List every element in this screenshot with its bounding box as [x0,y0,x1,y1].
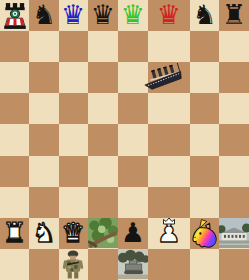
square-a4[interactable] [0,156,29,187]
square-b7[interactable] [29,62,58,93]
square-c2[interactable]: ♛ [59,218,88,249]
plant-photo-piece[interactable] [88,218,118,248]
square-g4[interactable] [190,156,219,187]
square-a9[interactable] [0,0,29,31]
square-b9[interactable]: ♞ [29,0,58,31]
square-d5[interactable] [88,124,118,155]
black-pawn-piece[interactable]: ♟ [121,220,145,247]
square-b6[interactable] [29,93,58,124]
square-b4[interactable] [29,156,58,187]
starbucks-rook-piece[interactable] [2,2,28,30]
square-b3[interactable] [29,187,58,218]
titanic-ship-sprite [143,63,185,93]
square-g6[interactable] [190,93,219,124]
square-g1[interactable] [190,249,219,280]
square-d4[interactable] [88,156,118,187]
pawn-crown-icon [162,217,176,225]
rainbow-unicorn-sprite [190,219,219,248]
square-a6[interactable] [0,93,29,124]
square-b1[interactable] [29,249,58,280]
tank-photo-sprite [118,249,148,279]
soldier-icon [59,249,87,279]
white-queen-glyph: ♛ [61,219,85,246]
green-queen-piece[interactable]: ♛ [121,2,145,29]
square-f7[interactable] [148,62,190,93]
rainbow-unicorn-piece[interactable] [190,219,219,248]
square-d6[interactable] [88,93,118,124]
square-h2[interactable] [219,218,249,249]
red-queen-glyph: ♛ [157,1,181,28]
square-b8[interactable] [29,31,58,62]
tank-photo-icon [118,249,148,279]
white-knight-piece[interactable]: ♞ [32,220,56,247]
square-c5[interactable] [59,124,88,155]
building-photo-icon [219,218,249,248]
square-g3[interactable] [190,187,219,218]
square-a8[interactable] [0,31,29,62]
square-d8[interactable] [88,31,118,62]
square-g9[interactable]: ♞ [190,0,219,31]
black-rook-piece[interactable]: ♜ [222,2,246,29]
square-h8[interactable] [219,31,249,62]
square-h7[interactable] [219,62,249,93]
square-g5[interactable] [190,124,219,155]
black-knight-glyph: ♞ [192,1,216,28]
square-c6[interactable] [59,93,88,124]
black-knight-piece[interactable]: ♞ [192,2,216,29]
square-f5[interactable] [148,124,190,155]
square-g7[interactable] [190,62,219,93]
black-knight-piece[interactable]: ♞ [32,2,56,29]
square-c1[interactable] [59,249,88,280]
square-f6[interactable] [148,93,190,124]
square-e8[interactable] [118,31,148,62]
crown-marker [162,217,176,225]
chess-board: ♞♛♛♛♛♞♜♜♞♛♟♟ [0,0,249,280]
square-c3[interactable] [59,187,88,218]
black-rook-glyph: ♜ [222,1,246,28]
soldier-piece[interactable] [59,249,87,279]
square-e5[interactable] [118,124,148,155]
square-h3[interactable] [219,187,249,218]
square-a1[interactable] [0,249,29,280]
square-d3[interactable] [88,187,118,218]
square-f8[interactable] [148,31,190,62]
square-f1[interactable] [148,249,190,280]
soldier-sprite [59,249,87,279]
black-queen-piece[interactable]: ♛ [91,2,115,29]
plant-photo-sprite [88,218,118,248]
square-d9[interactable]: ♛ [88,0,118,31]
square-c9[interactable]: ♛ [59,0,88,31]
square-e1[interactable] [118,249,148,280]
starbucks-rook-icon [2,2,28,30]
building-photo-sprite [219,218,249,248]
square-h1[interactable] [219,249,249,280]
titanic-ship-piece[interactable] [148,63,190,93]
square-e9[interactable]: ♛ [118,0,148,31]
square-f9[interactable]: ♛ [148,0,190,31]
square-h5[interactable] [219,124,249,155]
white-rook-glyph: ♜ [3,219,27,246]
building-photo-piece[interactable] [219,218,249,248]
square-b2[interactable]: ♞ [29,218,58,249]
square-h9[interactable]: ♜ [219,0,249,31]
square-d1[interactable] [88,249,118,280]
square-c7[interactable] [59,62,88,93]
red-queen-piece[interactable]: ♛ [157,2,181,29]
square-g2[interactable] [190,218,219,249]
square-d2[interactable] [88,218,118,249]
black-queen-glyph: ♛ [91,1,115,28]
square-e6[interactable] [118,93,148,124]
white-knight-glyph: ♞ [32,219,56,246]
square-e4[interactable] [118,156,148,187]
white-rook-piece[interactable]: ♜ [3,220,27,247]
square-a7[interactable] [0,62,29,93]
starbucks-rook-sprite [2,2,28,30]
square-g8[interactable] [190,31,219,62]
square-a5[interactable] [0,124,29,155]
square-f3[interactable] [148,187,190,218]
app-window: ♞♛♛♛♛♞♜♜♞♛♟♟ [0,0,249,280]
square-d7[interactable] [88,62,118,93]
rainbow-unicorn-icon [190,219,219,248]
square-c4[interactable] [59,156,88,187]
white-queen-piece[interactable]: ♛ [61,220,85,247]
blue-queen-glyph: ♛ [61,1,85,28]
black-knight-glyph: ♞ [32,1,56,28]
plant-photo-icon [88,218,118,248]
sinking-ship-icon [143,63,185,93]
square-h6[interactable] [219,93,249,124]
square-e3[interactable] [118,187,148,218]
black-pawn-glyph: ♟ [121,219,145,246]
square-c8[interactable] [59,31,88,62]
square-a2[interactable]: ♜ [0,218,29,249]
green-queen-glyph: ♛ [121,1,145,28]
square-f4[interactable] [148,156,190,187]
square-f2[interactable]: ♟ [148,218,190,249]
square-h4[interactable] [219,156,249,187]
square-e2[interactable]: ♟ [118,218,148,249]
crowned-white-pawn-piece[interactable]: ♟ [157,220,181,247]
square-b5[interactable] [29,124,58,155]
tank-photo-piece[interactable] [118,249,148,279]
square-a3[interactable] [0,187,29,218]
blue-queen-piece[interactable]: ♛ [61,2,85,29]
